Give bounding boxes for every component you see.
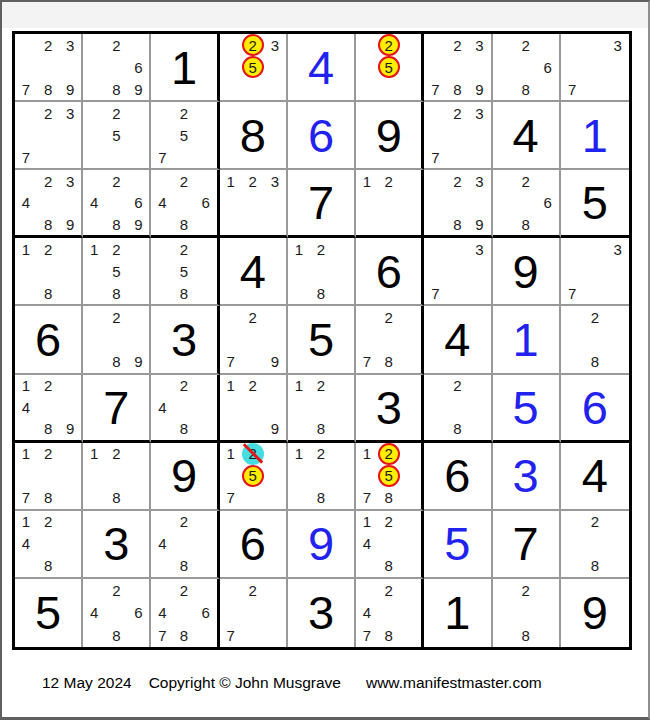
pencil-mark-4: 4 [151, 192, 173, 214]
pencil-mark-8: 8 [173, 282, 195, 304]
cell-r1c1[interactable]: 23789 [15, 34, 83, 102]
pencil-mark-3: 3 [468, 238, 490, 260]
cell-r9c9[interactable]: 9 [561, 579, 629, 647]
pencil-mark-3: 3 [59, 34, 81, 56]
pencil-mark-2: 2 [37, 102, 59, 124]
cell-r1c9[interactable]: 37 [561, 34, 629, 102]
pencil-mark-8: 8 [378, 555, 400, 577]
pencil-mark-9: 9 [264, 351, 286, 373]
pencil-mark-2: 2 [173, 511, 195, 533]
pencil-mark-1: 1 [356, 511, 378, 533]
pencil-mark-8: 8 [37, 282, 59, 304]
pencil-mark-6: 6 [195, 192, 217, 214]
pencil-mark-2: 2 [242, 306, 264, 328]
cell-r5c6[interactable]: 278 [356, 306, 424, 374]
pencil-mark-2-yellow: 2 [378, 443, 400, 465]
pencil-mark-7: 7 [15, 487, 37, 509]
cell-r7c4[interactable]: 1257 [220, 443, 288, 511]
cell-r5c7[interactable]: 4 [424, 306, 492, 374]
pencil-mark-2: 2 [378, 511, 400, 533]
pencil-mark-8: 8 [105, 351, 127, 373]
cell-r5c3[interactable]: 3 [151, 306, 219, 374]
cell-r8c9[interactable]: 28 [561, 511, 629, 579]
pencil-mark-8: 8 [378, 487, 400, 509]
cell-value-given: 8 [220, 102, 286, 168]
cell-r8c3[interactable]: 248 [151, 511, 219, 579]
cell-r2c1[interactable]: 237 [15, 102, 83, 170]
cell-r7c9[interactable]: 4 [561, 443, 629, 511]
cell-value-given: 6 [424, 443, 490, 509]
pencil-mark-8: 8 [37, 487, 59, 509]
pencil-mark-7: 7 [424, 78, 446, 100]
cell-r5c8[interactable]: 1 [493, 306, 561, 374]
cell-r9c4[interactable]: 27 [220, 579, 288, 647]
cell-value-given: 4 [424, 306, 490, 372]
pencil-mark-7: 7 [424, 282, 446, 304]
pencil-mark-6: 6 [195, 602, 217, 625]
cell-r4c5[interactable]: 128 [288, 238, 356, 306]
cell-r9c1[interactable]: 5 [15, 579, 83, 647]
cell-r9c8[interactable]: 28 [493, 579, 561, 647]
pencil-mark-8: 8 [37, 555, 59, 577]
cell-r7c5[interactable]: 128 [288, 443, 356, 511]
pencil-mark-2: 2 [310, 375, 332, 397]
page: 2378926891235425237892683723725257869237… [0, 0, 650, 720]
cell-r7c7[interactable]: 6 [424, 443, 492, 511]
pencil-mark-1: 1 [220, 375, 242, 397]
pencil-mark-8: 8 [446, 418, 468, 440]
cell-value-given: 3 [83, 511, 149, 577]
pencil-mark-2: 2 [37, 34, 59, 56]
pencil-mark-5: 5 [173, 124, 195, 146]
pencil-mark-9: 9 [127, 214, 149, 236]
pencil-mark-2: 2 [173, 170, 195, 192]
cell-r2c9[interactable]: 1 [561, 102, 629, 170]
cell-r2c5[interactable]: 6 [288, 102, 356, 170]
pencil-mark-7: 7 [356, 351, 378, 373]
pencil-mark-4: 4 [15, 533, 37, 555]
cell-r6c1[interactable]: 12489 [15, 375, 83, 443]
cell-r8c8[interactable]: 7 [493, 511, 561, 579]
pencil-mark-6: 6 [537, 56, 559, 78]
cell-r6c4[interactable]: 129 [220, 375, 288, 443]
pencil-mark-2-yellow: 2 [378, 34, 400, 56]
cell-value-given: 6 [15, 306, 81, 372]
pencil-mark-8: 8 [173, 624, 195, 647]
cell-value-entered: 5 [493, 375, 559, 440]
pencil-mark-1: 1 [15, 443, 37, 465]
pencil-mark-8: 8 [515, 78, 537, 100]
pencil-mark-2: 2 [378, 306, 400, 328]
pencil-mark-5: 5 [105, 260, 127, 282]
pencil-mark-9: 9 [127, 78, 149, 100]
cell-r8c7[interactable]: 5 [424, 511, 492, 579]
pencil-mark-7: 7 [15, 146, 37, 168]
cell-value-given: 5 [561, 170, 629, 235]
pencil-mark-8: 8 [37, 418, 59, 440]
cell-r9c2[interactable]: 2468 [83, 579, 151, 647]
pencil-mark-1: 1 [356, 170, 378, 192]
cell-r4c7[interactable]: 37 [424, 238, 492, 306]
pencil-mark-8: 8 [310, 487, 332, 509]
pencil-mark-7: 7 [220, 487, 242, 509]
pencil-mark-2: 2 [37, 170, 59, 192]
pencil-mark-7: 7 [424, 146, 446, 168]
cell-value-given: 9 [151, 443, 216, 509]
cell-r4c3[interactable]: 258 [151, 238, 219, 306]
cell-r4c8[interactable]: 9 [493, 238, 561, 306]
pencil-mark-8: 8 [105, 624, 127, 647]
footer-website[interactable]: www.manifestmaster.com [366, 674, 542, 691]
cell-r9c3[interactable]: 24678 [151, 579, 219, 647]
pencil-mark-1: 1 [15, 238, 37, 260]
pencil-mark-2: 2 [378, 579, 400, 602]
pencil-mark-9: 9 [59, 418, 81, 440]
cell-r7c3[interactable]: 9 [151, 443, 219, 511]
cell-r8c5[interactable]: 9 [288, 511, 356, 579]
cell-r3c8[interactable]: 268 [493, 170, 561, 238]
pencil-mark-3: 3 [59, 102, 81, 124]
cell-r2c2[interactable]: 25 [83, 102, 151, 170]
pencil-mark-7: 7 [151, 624, 173, 647]
pencil-mark-3: 3 [606, 238, 629, 260]
cell-value-given: 5 [288, 306, 354, 372]
pencil-mark-5-yellow: 5 [242, 465, 264, 487]
pencil-mark-2: 2 [242, 579, 264, 602]
pencil-mark-2: 2 [37, 443, 59, 465]
pencil-mark-1: 1 [288, 443, 310, 465]
pencil-mark-7: 7 [561, 282, 584, 304]
pencil-mark-8: 8 [584, 351, 607, 373]
cell-r1c7[interactable]: 23789 [424, 34, 492, 102]
pencil-mark-8: 8 [515, 624, 537, 647]
pencil-mark-4: 4 [356, 533, 378, 555]
pencil-mark-8: 8 [310, 282, 332, 304]
cell-r8c2[interactable]: 3 [83, 511, 151, 579]
pencil-mark-2-cyan-strike: 2 [242, 443, 264, 465]
pencil-mark-3: 3 [264, 34, 286, 56]
cell-r8c4[interactable]: 6 [220, 511, 288, 579]
pencil-mark-5-yellow: 5 [378, 56, 400, 78]
pencil-mark-2: 2 [105, 238, 127, 260]
pencil-mark-3: 3 [468, 34, 490, 56]
pencil-mark-8: 8 [105, 78, 127, 100]
cell-r1c8[interactable]: 268 [493, 34, 561, 102]
cell-value-given: 9 [493, 238, 559, 304]
cell-value-entered: 5 [424, 511, 490, 577]
pencil-mark-8: 8 [173, 418, 195, 440]
pencil-mark-8: 8 [310, 418, 332, 440]
pencil-mark-7: 7 [15, 78, 37, 100]
cell-value-given: 7 [288, 170, 354, 235]
pencil-mark-1: 1 [83, 238, 105, 260]
cell-r4c1[interactable]: 128 [15, 238, 83, 306]
pencil-mark-2: 2 [173, 579, 195, 602]
cell-r7c8[interactable]: 3 [493, 443, 561, 511]
pencil-mark-4: 4 [83, 602, 105, 625]
cell-r1c3[interactable]: 1 [151, 34, 219, 102]
cell-r7c1[interactable]: 1278 [15, 443, 83, 511]
pencil-mark-2: 2 [515, 34, 537, 56]
pencil-mark-1: 1 [15, 511, 37, 533]
cell-r5c9[interactable]: 28 [561, 306, 629, 374]
cell-r1c6[interactable]: 25 [356, 34, 424, 102]
pencil-mark-5-yellow: 5 [242, 56, 264, 78]
cell-r2c7[interactable]: 237 [424, 102, 492, 170]
cell-r4c9[interactable]: 37 [561, 238, 629, 306]
pencil-mark-4: 4 [356, 602, 378, 625]
pencil-mark-3: 3 [59, 170, 81, 192]
pencil-mark-9: 9 [468, 78, 490, 100]
cell-r2c3[interactable]: 257 [151, 102, 219, 170]
cell-r4c6[interactable]: 6 [356, 238, 424, 306]
cell-value-given: 9 [561, 579, 629, 647]
pencil-mark-2: 2 [446, 170, 468, 192]
cell-value-given: 3 [151, 306, 216, 372]
pencil-mark-2: 2 [173, 102, 195, 124]
cell-r5c1[interactable]: 6 [15, 306, 83, 374]
pencil-mark-8: 8 [105, 282, 127, 304]
pencil-mark-8: 8 [173, 214, 195, 236]
cell-value-given: 4 [493, 102, 559, 168]
pencil-mark-7: 7 [151, 146, 173, 168]
pencil-mark-2: 2 [105, 579, 127, 602]
pencil-mark-2: 2 [310, 443, 332, 465]
cell-r8c6[interactable]: 1248 [356, 511, 424, 579]
pencil-mark-9: 9 [127, 351, 149, 373]
pencil-mark-2: 2 [242, 375, 264, 397]
cell-r3c2[interactable]: 24689 [83, 170, 151, 238]
cell-r7c6[interactable]: 12578 [356, 443, 424, 511]
pencil-mark-3: 3 [468, 102, 490, 124]
pencil-mark-7: 7 [356, 487, 378, 509]
pencil-mark-6: 6 [127, 602, 149, 625]
cell-value-entered: 1 [493, 306, 559, 372]
cell-r2c4[interactable]: 8 [220, 102, 288, 170]
pencil-mark-4: 4 [15, 192, 37, 214]
cell-r6c7[interactable]: 28 [424, 375, 492, 443]
cell-r3c6[interactable]: 12 [356, 170, 424, 238]
cell-value-given: 1 [151, 34, 216, 100]
top-band [2, 2, 648, 28]
cell-r3c4[interactable]: 123 [220, 170, 288, 238]
cell-r8c1[interactable]: 1248 [15, 511, 83, 579]
cell-r3c3[interactable]: 2468 [151, 170, 219, 238]
cell-r6c5[interactable]: 128 [288, 375, 356, 443]
cell-r1c4[interactable]: 235 [220, 34, 288, 102]
cell-r5c2[interactable]: 289 [83, 306, 151, 374]
cell-value-given: 9 [356, 102, 421, 168]
cell-value-entered: 1 [561, 102, 629, 168]
pencil-mark-9: 9 [59, 78, 81, 100]
pencil-mark-2: 2 [515, 170, 537, 192]
cell-r4c4[interactable]: 4 [220, 238, 288, 306]
pencil-mark-7: 7 [356, 624, 378, 647]
pencil-mark-8: 8 [584, 555, 607, 577]
cell-r3c7[interactable]: 2389 [424, 170, 492, 238]
pencil-mark-3: 3 [264, 170, 286, 192]
pencil-mark-4: 4 [83, 192, 105, 214]
cell-r2c6[interactable]: 9 [356, 102, 424, 170]
pencil-mark-2: 2 [584, 306, 607, 328]
pencil-mark-2: 2 [105, 170, 127, 192]
pencil-mark-7: 7 [220, 351, 242, 373]
pencil-mark-2: 2 [378, 170, 400, 192]
cell-r4c2[interactable]: 1258 [83, 238, 151, 306]
cell-r5c5[interactable]: 5 [288, 306, 356, 374]
cell-r3c9[interactable]: 5 [561, 170, 629, 238]
sudoku-board: 2378926891235425237892683723725257869237… [12, 31, 632, 650]
pencil-mark-2-yellow: 2 [242, 34, 264, 56]
pencil-mark-2: 2 [105, 34, 127, 56]
cell-r6c6[interactable]: 3 [356, 375, 424, 443]
pencil-mark-2: 2 [37, 375, 59, 397]
pencil-mark-3: 3 [606, 34, 629, 56]
cell-r3c1[interactable]: 23489 [15, 170, 83, 238]
pencil-mark-9: 9 [468, 214, 490, 236]
cell-value-given: 3 [288, 579, 354, 647]
cell-r1c5[interactable]: 4 [288, 34, 356, 102]
pencil-mark-8: 8 [446, 214, 468, 236]
pencil-mark-1: 1 [220, 443, 242, 465]
pencil-mark-8: 8 [105, 214, 127, 236]
pencil-mark-1: 1 [220, 170, 242, 192]
pencil-mark-2: 2 [105, 102, 127, 124]
pencil-mark-4: 4 [15, 396, 37, 418]
cell-r2c8[interactable]: 4 [493, 102, 561, 170]
pencil-mark-2: 2 [105, 443, 127, 465]
pencil-mark-8: 8 [173, 555, 195, 577]
pencil-mark-4: 4 [151, 396, 173, 418]
pencil-mark-8: 8 [378, 624, 400, 647]
pencil-mark-3: 3 [468, 170, 490, 192]
cell-value-given: 3 [356, 375, 421, 440]
pencil-mark-2: 2 [310, 238, 332, 260]
pencil-mark-8: 8 [378, 351, 400, 373]
pencil-mark-2: 2 [446, 375, 468, 397]
cell-r6c3[interactable]: 248 [151, 375, 219, 443]
pencil-mark-2: 2 [173, 238, 195, 260]
cell-value-given: 6 [356, 238, 421, 304]
cell-r3c5[interactable]: 7 [288, 170, 356, 238]
cell-r5c4[interactable]: 279 [220, 306, 288, 374]
cell-value-entered: 6 [561, 375, 629, 440]
pencil-mark-2: 2 [173, 375, 195, 397]
cell-r9c7[interactable]: 1 [424, 579, 492, 647]
pencil-mark-1: 1 [288, 238, 310, 260]
pencil-mark-8: 8 [37, 78, 59, 100]
pencil-mark-6: 6 [127, 56, 149, 78]
pencil-mark-8: 8 [37, 214, 59, 236]
pencil-mark-2: 2 [584, 511, 607, 533]
pencil-mark-8: 8 [446, 78, 468, 100]
footer-copyright: Copyright © John Musgrave [149, 674, 341, 691]
pencil-mark-5: 5 [105, 124, 127, 146]
pencil-mark-2: 2 [105, 306, 127, 328]
pencil-mark-1: 1 [83, 443, 105, 465]
cell-r6c2[interactable]: 7 [83, 375, 151, 443]
cell-value-given: 7 [493, 511, 559, 577]
cell-value-given: 4 [561, 443, 629, 509]
cell-r7c2[interactable]: 128 [83, 443, 151, 511]
cell-value-given: 6 [220, 511, 286, 577]
footer-date: 12 May 2024 [42, 674, 132, 691]
footer: 12 May 2024Copyright © John Musgravewww.… [42, 674, 542, 692]
cell-value-entered: 9 [288, 511, 354, 577]
pencil-mark-2: 2 [515, 579, 537, 602]
cell-value-given: 1 [424, 579, 490, 647]
pencil-mark-1: 1 [356, 443, 378, 465]
pencil-mark-2: 2 [37, 511, 59, 533]
pencil-mark-2: 2 [446, 102, 468, 124]
pencil-mark-2: 2 [446, 34, 468, 56]
cell-r1c2[interactable]: 2689 [83, 34, 151, 102]
pencil-mark-8: 8 [105, 487, 127, 509]
pencil-mark-2: 2 [37, 238, 59, 260]
pencil-mark-7: 7 [220, 624, 242, 647]
cell-value-entered: 6 [288, 102, 354, 168]
pencil-mark-6: 6 [537, 192, 559, 214]
pencil-mark-8: 8 [515, 214, 537, 236]
pencil-mark-5-yellow: 5 [378, 465, 400, 487]
pencil-mark-9: 9 [264, 418, 286, 440]
pencil-mark-1: 1 [15, 375, 37, 397]
pencil-mark-4: 4 [151, 602, 173, 625]
cell-value-entered: 3 [493, 443, 559, 509]
cell-r6c9[interactable]: 6 [561, 375, 629, 443]
pencil-mark-9: 9 [59, 214, 81, 236]
cell-r9c6[interactable]: 2478 [356, 579, 424, 647]
cell-value-given: 7 [83, 375, 149, 440]
pencil-mark-2: 2 [242, 170, 264, 192]
pencil-mark-7: 7 [561, 78, 584, 100]
cell-value-given: 5 [15, 579, 81, 647]
cell-r6c8[interactable]: 5 [493, 375, 561, 443]
cell-value-given: 4 [220, 238, 286, 304]
pencil-mark-5: 5 [173, 260, 195, 282]
pencil-mark-6: 6 [127, 192, 149, 214]
cell-value-entered: 4 [288, 34, 354, 100]
cell-r9c5[interactable]: 3 [288, 579, 356, 647]
pencil-mark-1: 1 [288, 375, 310, 397]
pencil-mark-4: 4 [151, 533, 173, 555]
